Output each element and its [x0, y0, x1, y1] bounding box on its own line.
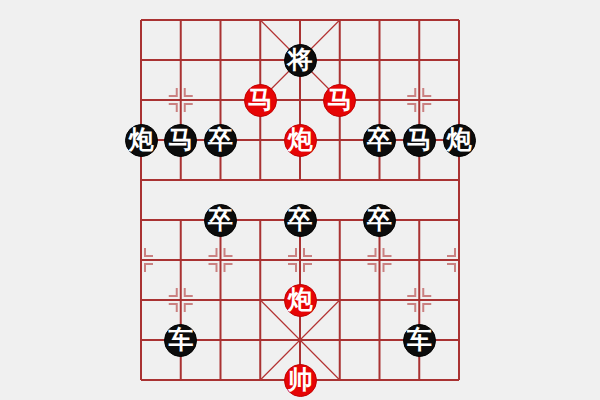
black-pawn-4-label: 卒 [288, 207, 313, 232]
black-pawn-1-label: 卒 [208, 127, 233, 152]
red-horse-right-label: 马 [327, 87, 352, 112]
black-chariot-right[interactable]: 车 [403, 324, 436, 357]
red-horse-left[interactable]: 马 [244, 84, 277, 117]
board-grid: 将马马炮马卒炮卒马炮卒卒卒炮车车帅 [121, 0, 479, 400]
black-cannon-right-label: 炮 [447, 127, 472, 152]
black-pawn-1[interactable]: 卒 [204, 124, 237, 157]
black-cannon-left-label: 炮 [129, 127, 154, 152]
red-cannon-top[interactable]: 炮 [284, 124, 317, 157]
black-cannon-left[interactable]: 炮 [125, 124, 158, 157]
black-pawn-5[interactable]: 卒 [363, 204, 396, 237]
black-horse-left-label: 马 [168, 127, 193, 152]
black-chariot-left[interactable]: 车 [164, 324, 197, 357]
red-cannon-bottom[interactable]: 炮 [284, 284, 317, 317]
xiangqi-diagram: 将马马炮马卒炮卒马炮卒卒卒炮车车帅 [0, 0, 600, 400]
black-pawn-3[interactable]: 卒 [204, 204, 237, 237]
black-cannon-right[interactable]: 炮 [443, 124, 476, 157]
black-pawn-3-label: 卒 [208, 207, 233, 232]
black-horse-right[interactable]: 马 [403, 124, 436, 157]
red-horse-right[interactable]: 马 [323, 84, 356, 117]
red-cannon-top-label: 炮 [288, 127, 313, 152]
black-pawn-4[interactable]: 卒 [284, 204, 317, 237]
red-horse-left-label: 马 [248, 87, 273, 112]
black-horse-left[interactable]: 马 [164, 124, 197, 157]
red-general-label: 帅 [288, 367, 313, 392]
black-horse-right-label: 马 [407, 127, 432, 152]
black-general-label: 将 [288, 47, 313, 72]
red-cannon-bottom-label: 炮 [288, 287, 313, 312]
black-pawn-2-label: 卒 [367, 127, 392, 152]
black-general[interactable]: 将 [284, 44, 317, 77]
red-general[interactable]: 帅 [284, 364, 317, 397]
black-pawn-2[interactable]: 卒 [363, 124, 396, 157]
black-pawn-5-label: 卒 [367, 207, 392, 232]
black-chariot-right-label: 车 [407, 327, 432, 352]
black-chariot-left-label: 车 [168, 327, 193, 352]
